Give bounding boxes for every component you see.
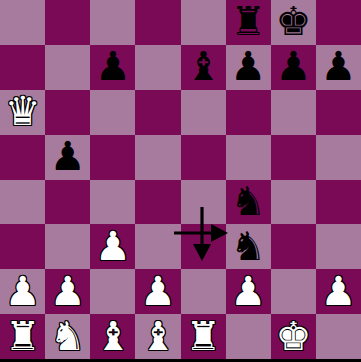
board-grid: ♜♚♟♝♟♟♟♛♟♞♟♞♟♟♟♟♟♜♞♝♝♜♚ (0, 0, 361, 359)
white-pawn[interactable]: ♟ (50, 271, 86, 311)
black-knight[interactable]: ♞ (230, 181, 266, 221)
square-h6[interactable] (316, 90, 361, 135)
black-pawn[interactable]: ♟ (275, 46, 311, 86)
square-d3[interactable] (135, 224, 180, 269)
black-pawn[interactable]: ♟ (50, 136, 86, 176)
square-b1[interactable]: ♞ (45, 314, 90, 359)
square-e7[interactable]: ♝ (181, 45, 226, 90)
white-pawn[interactable]: ♟ (95, 226, 131, 266)
white-king[interactable]: ♚ (275, 316, 311, 356)
square-b5[interactable]: ♟ (45, 135, 90, 180)
black-pawn[interactable]: ♟ (230, 46, 266, 86)
square-d1[interactable]: ♝ (135, 314, 180, 359)
square-h1[interactable] (316, 314, 361, 359)
square-a2[interactable]: ♟ (0, 269, 45, 314)
black-pawn[interactable]: ♟ (321, 46, 357, 86)
white-bishop[interactable]: ♝ (95, 316, 131, 356)
square-b4[interactable] (45, 180, 90, 225)
black-bishop[interactable]: ♝ (185, 46, 221, 86)
square-g4[interactable] (271, 180, 316, 225)
square-d4[interactable] (135, 180, 180, 225)
square-b6[interactable] (45, 90, 90, 135)
square-c7[interactable]: ♟ (90, 45, 135, 90)
square-e1[interactable]: ♜ (181, 314, 226, 359)
square-d5[interactable] (135, 135, 180, 180)
square-d7[interactable] (135, 45, 180, 90)
square-d8[interactable] (135, 0, 180, 45)
square-f7[interactable]: ♟ (226, 45, 271, 90)
square-g2[interactable] (271, 269, 316, 314)
square-a5[interactable] (0, 135, 45, 180)
square-h4[interactable] (316, 180, 361, 225)
square-g8[interactable]: ♚ (271, 0, 316, 45)
square-e2[interactable] (181, 269, 226, 314)
white-pawn[interactable]: ♟ (230, 271, 266, 311)
white-knight[interactable]: ♞ (50, 316, 86, 356)
square-e3[interactable] (181, 224, 226, 269)
square-d2[interactable]: ♟ (135, 269, 180, 314)
white-rook[interactable]: ♜ (185, 316, 221, 356)
square-g7[interactable]: ♟ (271, 45, 316, 90)
square-b7[interactable] (45, 45, 90, 90)
black-knight[interactable]: ♞ (230, 226, 266, 266)
square-g5[interactable] (271, 135, 316, 180)
square-c2[interactable] (90, 269, 135, 314)
square-a8[interactable] (0, 0, 45, 45)
square-g6[interactable] (271, 90, 316, 135)
square-b3[interactable] (45, 224, 90, 269)
square-c6[interactable] (90, 90, 135, 135)
square-e8[interactable] (181, 0, 226, 45)
square-b8[interactable] (45, 0, 90, 45)
square-a1[interactable]: ♜ (0, 314, 45, 359)
square-h3[interactable] (316, 224, 361, 269)
black-rook[interactable]: ♜ (230, 1, 266, 41)
white-rook[interactable]: ♜ (5, 316, 41, 356)
square-a7[interactable] (0, 45, 45, 90)
black-king[interactable]: ♚ (275, 1, 311, 41)
square-f4[interactable]: ♞ (226, 180, 271, 225)
square-b2[interactable]: ♟ (45, 269, 90, 314)
square-f8[interactable]: ♜ (226, 0, 271, 45)
square-e5[interactable] (181, 135, 226, 180)
square-c5[interactable] (90, 135, 135, 180)
white-queen[interactable]: ♛ (5, 91, 41, 131)
square-a3[interactable] (0, 224, 45, 269)
square-d6[interactable] (135, 90, 180, 135)
square-f6[interactable] (226, 90, 271, 135)
square-e6[interactable] (181, 90, 226, 135)
chess-board: ♜♚♟♝♟♟♟♛♟♞♟♞♟♟♟♟♟♜♞♝♝♜♚ (0, 0, 361, 359)
square-e4[interactable] (181, 180, 226, 225)
white-pawn[interactable]: ♟ (140, 271, 176, 311)
square-f3[interactable]: ♞ (226, 224, 271, 269)
square-a6[interactable]: ♛ (0, 90, 45, 135)
square-c8[interactable] (90, 0, 135, 45)
white-pawn[interactable]: ♟ (321, 271, 357, 311)
square-g3[interactable] (271, 224, 316, 269)
black-pawn[interactable]: ♟ (95, 46, 131, 86)
white-pawn[interactable]: ♟ (5, 271, 41, 311)
square-a4[interactable] (0, 180, 45, 225)
square-c4[interactable] (90, 180, 135, 225)
square-c3[interactable]: ♟ (90, 224, 135, 269)
square-f5[interactable] (226, 135, 271, 180)
square-h7[interactable]: ♟ (316, 45, 361, 90)
square-c1[interactable]: ♝ (90, 314, 135, 359)
white-bishop[interactable]: ♝ (140, 316, 176, 356)
square-h8[interactable] (316, 0, 361, 45)
square-h5[interactable] (316, 135, 361, 180)
square-f2[interactable]: ♟ (226, 269, 271, 314)
square-h2[interactable]: ♟ (316, 269, 361, 314)
square-g1[interactable]: ♚ (271, 314, 316, 359)
square-f1[interactable] (226, 314, 271, 359)
